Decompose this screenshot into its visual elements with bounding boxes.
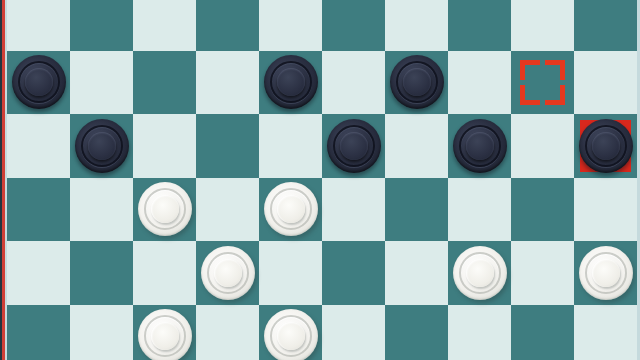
square-r4-c8 xyxy=(511,241,574,305)
square-r2-c4 xyxy=(259,114,322,178)
square-r3-c3 xyxy=(196,178,259,242)
square-r5-c3 xyxy=(196,305,259,360)
square-r3-c9 xyxy=(574,178,637,242)
white-checker-piece[interactable] xyxy=(138,182,192,236)
square-r1-c9 xyxy=(574,51,637,115)
square-r4-c4 xyxy=(259,241,322,305)
white-checker-piece[interactable] xyxy=(264,309,318,360)
square-r5-c1 xyxy=(70,305,133,360)
black-checker-piece[interactable] xyxy=(579,119,633,173)
square-r2-c0 xyxy=(7,114,70,178)
square-r0-c4 xyxy=(259,0,322,51)
square-r2-c3[interactable] xyxy=(196,114,259,178)
square-r3-c1 xyxy=(70,178,133,242)
square-r5-c7 xyxy=(448,305,511,360)
square-r5-c6[interactable] xyxy=(385,305,448,360)
square-r2-c7[interactable] xyxy=(448,114,511,178)
bracket-corner-bl xyxy=(520,85,540,105)
square-r2-c5[interactable] xyxy=(322,114,385,178)
white-checker-piece[interactable] xyxy=(201,246,255,300)
square-r4-c6 xyxy=(385,241,448,305)
square-r3-c6[interactable] xyxy=(385,178,448,242)
square-r4-c5[interactable] xyxy=(322,241,385,305)
square-r4-c2 xyxy=(133,241,196,305)
square-r5-c5 xyxy=(322,305,385,360)
square-r1-c4[interactable] xyxy=(259,51,322,115)
white-checker-piece[interactable] xyxy=(138,309,192,360)
bracket-corner-tl xyxy=(520,60,540,80)
square-r1-c0[interactable] xyxy=(7,51,70,115)
white-checker-piece[interactable] xyxy=(579,246,633,300)
move-target-bracket xyxy=(520,60,565,106)
white-checker-piece[interactable] xyxy=(264,182,318,236)
square-r4-c9[interactable] xyxy=(574,241,637,305)
black-checker-piece[interactable] xyxy=(75,119,129,173)
square-r2-c1[interactable] xyxy=(70,114,133,178)
square-r0-c8 xyxy=(511,0,574,51)
square-r0-c2 xyxy=(133,0,196,51)
square-r2-c8 xyxy=(511,114,574,178)
square-r1-c5 xyxy=(322,51,385,115)
square-r1-c6[interactable] xyxy=(385,51,448,115)
bracket-corner-tr xyxy=(545,60,565,80)
square-r1-c7 xyxy=(448,51,511,115)
square-r1-c3 xyxy=(196,51,259,115)
square-r2-c9[interactable] xyxy=(574,114,637,178)
square-r2-c2 xyxy=(133,114,196,178)
square-r0-c1[interactable] xyxy=(70,0,133,51)
square-r0-c0 xyxy=(7,0,70,51)
square-r1-c2[interactable] xyxy=(133,51,196,115)
black-checker-piece[interactable] xyxy=(327,119,381,173)
square-r0-c9[interactable] xyxy=(574,0,637,51)
square-r3-c8[interactable] xyxy=(511,178,574,242)
square-r1-c1 xyxy=(70,51,133,115)
square-r5-c9 xyxy=(574,305,637,360)
black-checker-piece[interactable] xyxy=(390,55,444,109)
square-r3-c4[interactable] xyxy=(259,178,322,242)
black-checker-piece[interactable] xyxy=(264,55,318,109)
square-r4-c1[interactable] xyxy=(70,241,133,305)
square-r3-c2[interactable] xyxy=(133,178,196,242)
square-r0-c7[interactable] xyxy=(448,0,511,51)
square-r4-c7[interactable] xyxy=(448,241,511,305)
square-r0-c6 xyxy=(385,0,448,51)
game-viewport xyxy=(0,0,640,360)
square-r4-c3[interactable] xyxy=(196,241,259,305)
square-r0-c3[interactable] xyxy=(196,0,259,51)
square-r3-c0[interactable] xyxy=(7,178,70,242)
square-r2-c6 xyxy=(385,114,448,178)
black-checker-piece[interactable] xyxy=(453,119,507,173)
checkers-board xyxy=(7,0,637,360)
white-checker-piece[interactable] xyxy=(453,246,507,300)
square-r3-c5 xyxy=(322,178,385,242)
square-r3-c7 xyxy=(448,178,511,242)
black-checker-piece[interactable] xyxy=(12,55,66,109)
square-r0-c5[interactable] xyxy=(322,0,385,51)
bracket-corner-br xyxy=(545,85,565,105)
left-edge-light-strip xyxy=(5,0,7,360)
square-r5-c4[interactable] xyxy=(259,305,322,360)
square-r5-c2[interactable] xyxy=(133,305,196,360)
square-r4-c0 xyxy=(7,241,70,305)
square-r5-c0[interactable] xyxy=(7,305,70,360)
square-r5-c8[interactable] xyxy=(511,305,574,360)
square-r1-c8[interactable] xyxy=(511,51,574,115)
